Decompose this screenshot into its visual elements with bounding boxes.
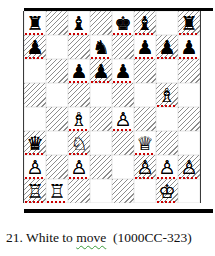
- square-h7: ♟: [178, 35, 200, 59]
- caption-squiggle-word: move: [76, 230, 106, 245]
- square-e2: [112, 155, 134, 179]
- square-d5: [90, 83, 112, 107]
- square-c7: [68, 35, 90, 59]
- square-a2: ♙: [24, 155, 46, 179]
- square-a5: [24, 83, 46, 107]
- piece-black-queen: ♛: [26, 132, 43, 155]
- square-b5: [46, 83, 68, 107]
- square-a6: [24, 59, 46, 83]
- piece-white-pawn: ♙: [70, 156, 87, 179]
- square-d3: [90, 131, 112, 155]
- square-h2: ♙: [178, 155, 200, 179]
- piece-black-pawn: ♟: [92, 60, 109, 83]
- square-e7: [112, 35, 134, 59]
- square-f3: ♕: [134, 131, 156, 155]
- square-c5: [68, 83, 90, 107]
- square-h6: [178, 59, 200, 83]
- square-h3: [178, 131, 200, 155]
- square-c6: ♟: [68, 59, 90, 83]
- piece-black-pawn: ♟: [114, 60, 131, 83]
- piece-white-queen: ♕: [136, 132, 153, 155]
- square-f5: [134, 83, 156, 107]
- board-bottom-rule: [24, 209, 213, 213]
- chess-board-frame: ♜♝♚♝♜♟♞♟♟♟♟♟♟♗♗♙♛♘♕♙♙♙♙♙♖♖♔: [23, 11, 201, 203]
- piece-black-bishop: ♝: [70, 12, 87, 35]
- square-h4: [178, 107, 200, 131]
- square-b7: [46, 35, 68, 59]
- square-g5: ♗: [156, 83, 178, 107]
- square-e4: ♙: [112, 107, 134, 131]
- chess-board: ♜♝♚♝♜♟♞♟♟♟♟♟♟♗♗♙♛♘♕♙♙♙♙♙♖♖♔: [24, 11, 200, 203]
- square-h5: [178, 83, 200, 107]
- square-d2: [90, 155, 112, 179]
- square-f8: ♝: [134, 11, 156, 35]
- square-g1: ♔: [156, 179, 178, 203]
- square-d6: ♟: [90, 59, 112, 83]
- square-f6: [134, 59, 156, 83]
- square-d7: ♞: [90, 35, 112, 59]
- square-g6: [156, 59, 178, 83]
- square-a4: [24, 107, 46, 131]
- square-c1: [68, 179, 90, 203]
- square-e6: ♟: [112, 59, 134, 83]
- piece-black-pawn: ♟: [180, 36, 197, 59]
- square-f1: [134, 179, 156, 203]
- square-d1: [90, 179, 112, 203]
- piece-white-pawn: ♙: [114, 108, 131, 131]
- square-e8: ♚: [112, 11, 134, 35]
- piece-black-knight: ♞: [92, 36, 109, 59]
- piece-black-pawn: ♟: [158, 36, 175, 59]
- square-f7: ♟: [134, 35, 156, 59]
- piece-white-pawn: ♙: [180, 156, 197, 179]
- square-d8: [90, 11, 112, 35]
- square-a3: ♛: [24, 131, 46, 155]
- piece-white-bishop: ♗: [158, 84, 175, 107]
- square-f2: ♙: [134, 155, 156, 179]
- diagram-caption: 21. White to move (1000CC-323): [6, 230, 212, 246]
- piece-white-king: ♔: [158, 180, 175, 203]
- piece-white-pawn: ♙: [136, 156, 153, 179]
- piece-black-bishop: ♝: [136, 12, 153, 35]
- piece-black-pawn: ♟: [26, 36, 43, 59]
- square-d4: [90, 107, 112, 131]
- square-b8: [46, 11, 68, 35]
- square-b2: [46, 155, 68, 179]
- square-b6: [46, 59, 68, 83]
- piece-black-pawn: ♟: [70, 60, 87, 83]
- square-f4: [134, 107, 156, 131]
- piece-white-knight: ♘: [70, 132, 87, 155]
- piece-white-pawn: ♙: [158, 156, 175, 179]
- square-a1: ♖: [24, 179, 46, 203]
- square-b4: [46, 107, 68, 131]
- piece-white-bishop: ♗: [70, 108, 87, 131]
- piece-white-pawn: ♙: [26, 156, 43, 179]
- square-c2: ♙: [68, 155, 90, 179]
- square-h1: [178, 179, 200, 203]
- square-c3: ♘: [68, 131, 90, 155]
- square-c8: ♝: [68, 11, 90, 35]
- square-b3: [46, 131, 68, 155]
- square-a7: ♟: [24, 35, 46, 59]
- square-g2: ♙: [156, 155, 178, 179]
- piece-black-rook: ♜: [180, 12, 197, 35]
- square-e1: [112, 179, 134, 203]
- square-g3: [156, 131, 178, 155]
- square-e3: [112, 131, 134, 155]
- square-g7: ♟: [156, 35, 178, 59]
- square-b1: ♖: [46, 179, 68, 203]
- piece-black-rook: ♜: [26, 12, 43, 35]
- piece-black-pawn: ♟: [136, 36, 153, 59]
- square-c4: ♗: [68, 107, 90, 131]
- piece-white-rook: ♖: [48, 180, 65, 203]
- square-e5: [112, 83, 134, 107]
- square-g4: [156, 107, 178, 131]
- square-h8: ♜: [178, 11, 200, 35]
- piece-white-rook: ♖: [26, 180, 43, 203]
- caption-prefix: 21. White to: [6, 230, 76, 245]
- square-g8: [156, 11, 178, 35]
- piece-black-king: ♚: [114, 12, 131, 35]
- caption-suffix: (1000CC-323): [106, 230, 192, 245]
- square-a8: ♜: [24, 11, 46, 35]
